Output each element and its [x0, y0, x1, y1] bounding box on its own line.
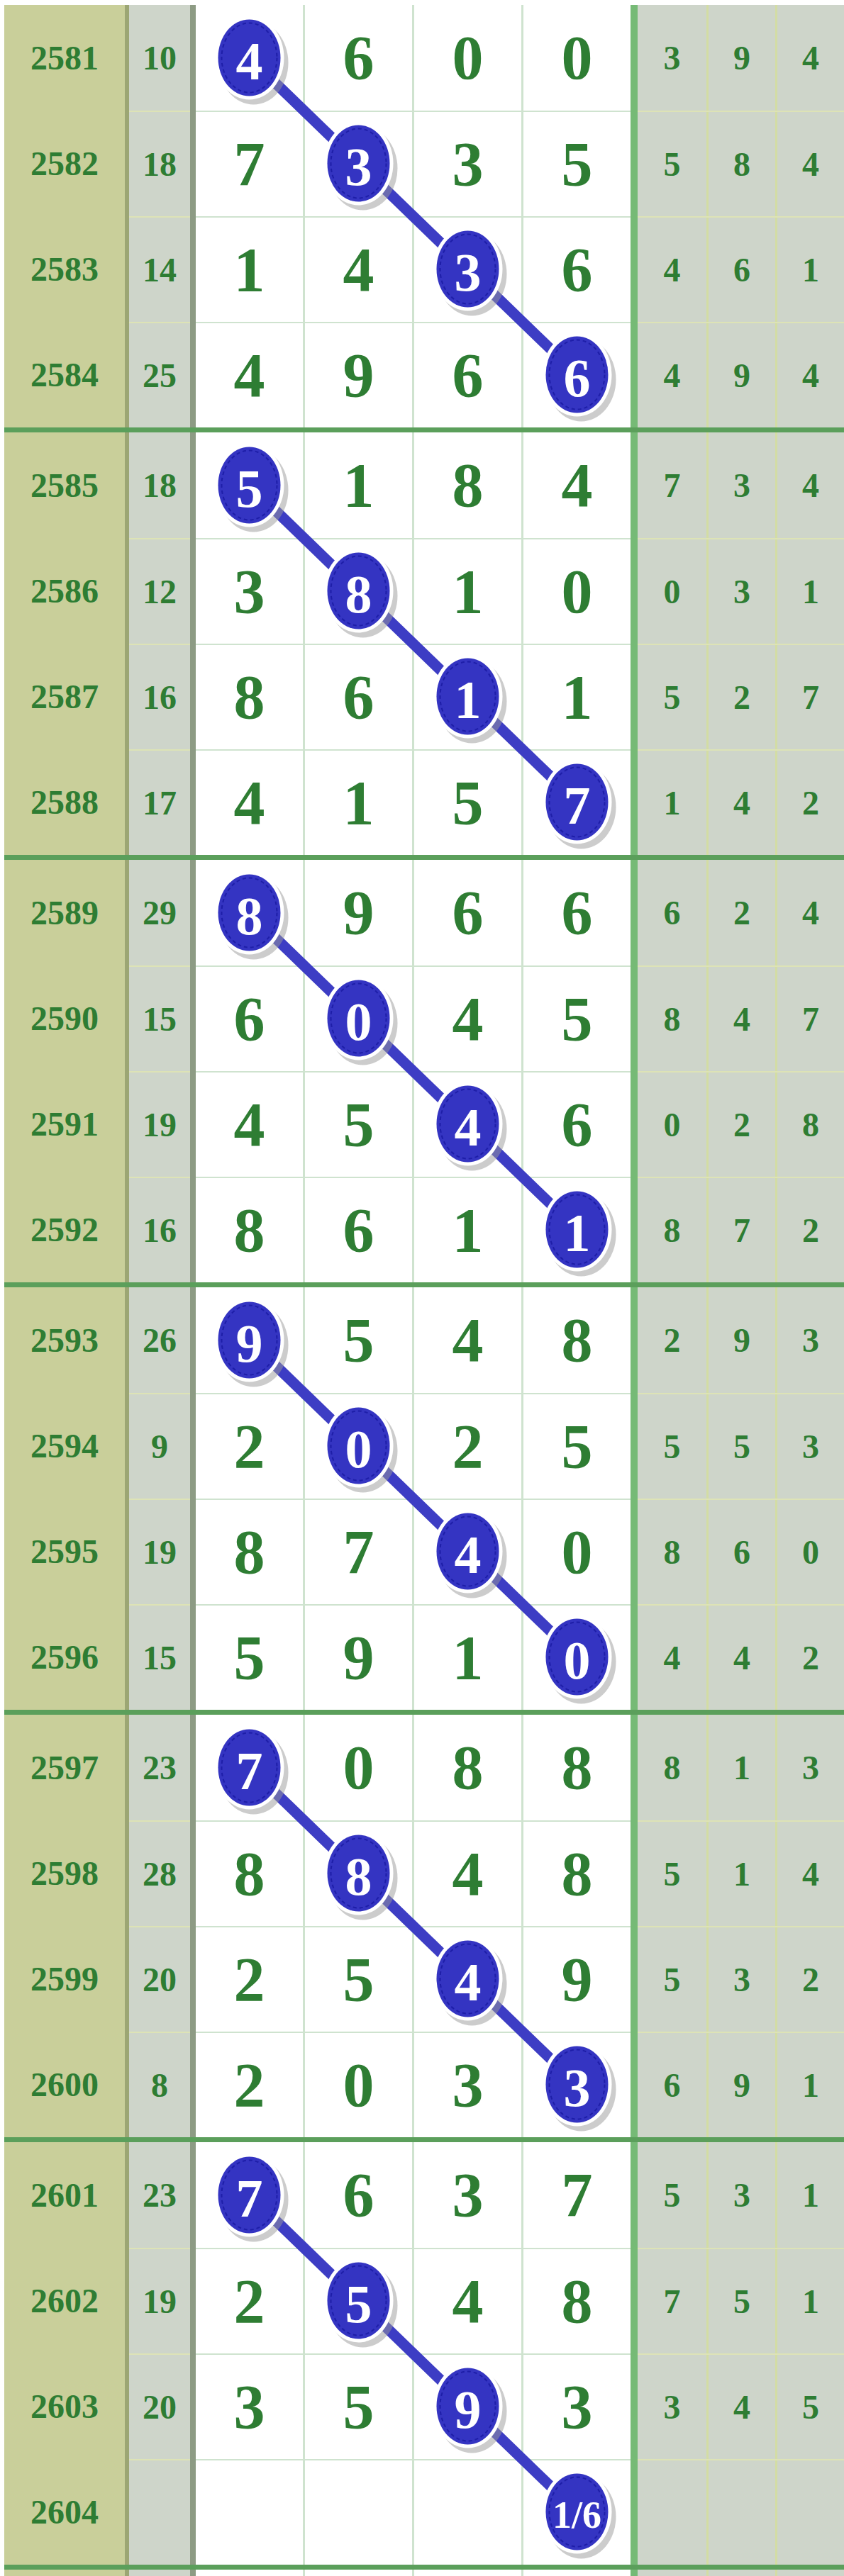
digit-cell: 0 [305, 1715, 412, 1820]
digit-cell [305, 111, 412, 216]
column-divider [631, 216, 638, 322]
tail-cell: 6 [638, 2032, 706, 2137]
tail-cell [777, 2570, 844, 2576]
digit-cell [414, 1926, 521, 2032]
tail-cell: 4 [709, 2353, 775, 2459]
sum-cell: 19 [129, 1499, 190, 1604]
digit-cell: 3 [196, 538, 303, 644]
digit-cell: 4 [196, 1071, 303, 1177]
tail-cell: 5 [709, 1393, 775, 1499]
sum-cell: 28 [129, 1820, 190, 1926]
issue-cell [4, 2570, 125, 2576]
draw-row: 259216861872 [4, 1177, 844, 1282]
column-divider [190, 1499, 196, 1604]
sum-cell: 20 [129, 2353, 190, 2459]
digit-cell: 6 [414, 860, 521, 965]
digit-cell: 6 [196, 965, 303, 1071]
issue-cell: 2592 [4, 1177, 125, 1282]
column-divider [190, 2032, 196, 2137]
draw-row: 258425496494 [4, 322, 844, 427]
column-divider [190, 1287, 196, 1393]
tail-cell: 3 [709, 432, 775, 538]
digit-cell: 1 [305, 432, 412, 538]
column-divider [190, 111, 196, 216]
digit-cell: 6 [523, 860, 631, 965]
digit-cell [305, 1393, 412, 1499]
draw-row: 25949225553 [4, 1393, 844, 1499]
digit-cell: 0 [414, 5, 521, 111]
issue-cell: 2585 [4, 432, 125, 538]
draw-row: 259828848514 [4, 1820, 844, 1926]
digit-cell: 3 [414, 2142, 521, 2248]
tail-cell: 3 [777, 1393, 844, 1499]
column-divider [631, 322, 638, 427]
digit-cell: 8 [523, 1715, 631, 1820]
digit-cell [196, 2142, 303, 2248]
digit-cell: 5 [305, 1926, 412, 2032]
issue-cell: 2598 [4, 1820, 125, 1926]
tail-cell: 4 [777, 322, 844, 427]
column-divider [190, 2353, 196, 2459]
digit-cell: 8 [196, 1177, 303, 1282]
digit-cell: 1 [523, 644, 631, 749]
digit-cell: 5 [414, 749, 521, 855]
issue-cell: 2588 [4, 749, 125, 855]
digit-cell: 2 [196, 1393, 303, 1499]
tail-cell: 8 [777, 1071, 844, 1177]
tail-cell [638, 2459, 706, 2565]
digit-cell: 0 [523, 5, 631, 111]
tail-cell: 7 [638, 432, 706, 538]
tail-cell: 5 [638, 1393, 706, 1499]
digit-cell [523, 1177, 631, 1282]
digit-cell [196, 1715, 303, 1820]
tail-cell: 6 [709, 1499, 775, 1604]
digit-cell [414, 644, 521, 749]
tail-cell: 5 [638, 644, 706, 749]
sum-cell: 12 [129, 538, 190, 644]
draw-row: 260219248751 [4, 2248, 844, 2353]
tail-cell: 4 [777, 5, 844, 111]
digit-cell: 2 [196, 1926, 303, 2032]
digit-cell: 2 [196, 2032, 303, 2137]
sum-cell: 16 [129, 1177, 190, 1282]
column-divider [631, 1715, 638, 1820]
issue-cell: 2602 [4, 2248, 125, 2353]
tail-cell: 2 [777, 1926, 844, 2032]
digit-cell: 4 [196, 322, 303, 427]
tail-cell: 5 [638, 1820, 706, 1926]
digit-cell [196, 1287, 303, 1393]
sum-cell: 19 [129, 1071, 190, 1177]
digit-cell [305, 1820, 412, 1926]
digit-cell: 8 [414, 432, 521, 538]
tail-cell: 3 [709, 2142, 775, 2248]
column-divider [190, 2570, 196, 2576]
issue-cell: 2589 [4, 860, 125, 965]
tail-cell [709, 2570, 775, 2576]
sum-cell: 19 [129, 2248, 190, 2353]
sum-cell [129, 2459, 190, 2565]
digit-cell: 6 [305, 5, 412, 111]
issue-cell: 2582 [4, 111, 125, 216]
tail-cell: 4 [777, 432, 844, 538]
issue-cell: 2600 [4, 2032, 125, 2137]
digit-cell: 1 [196, 216, 303, 322]
group-separator [4, 427, 844, 432]
digit-cell: 5 [305, 1287, 412, 1393]
digit-cell: 2 [196, 2248, 303, 2353]
column-divider [190, 2459, 196, 2565]
column-divider [631, 1820, 638, 1926]
tail-cell: 4 [638, 1604, 706, 1710]
issue-cell: 2593 [4, 1287, 125, 1393]
digit-cell: 9 [305, 860, 412, 965]
column-divider [190, 1393, 196, 1499]
digit-cell: 8 [523, 1820, 631, 1926]
draw-row: 258218735584 [4, 111, 844, 216]
sum-cell: 16 [129, 644, 190, 749]
column-divider [631, 1287, 638, 1393]
digit-cell: 8 [523, 1287, 631, 1393]
tail-cell: 7 [638, 2248, 706, 2353]
draw-row: 260123637531 [4, 2142, 844, 2248]
tail-cell: 3 [709, 1926, 775, 2032]
column-divider [190, 1604, 196, 1710]
group-separator [4, 1710, 844, 1715]
draw-row: 258110600394 [4, 5, 844, 111]
column-divider [631, 1499, 638, 1604]
issue-cell: 2590 [4, 965, 125, 1071]
tail-cell: 4 [709, 1604, 775, 1710]
digit-cell [305, 538, 412, 644]
column-divider [190, 965, 196, 1071]
tail-cell: 4 [709, 965, 775, 1071]
tail-cell: 5 [638, 2142, 706, 2248]
sum-cell: 18 [129, 432, 190, 538]
draw-row: 258929966624 [4, 860, 844, 965]
tail-cell: 2 [709, 860, 775, 965]
column-divider [631, 1071, 638, 1177]
issue-cell: 2601 [4, 2142, 125, 2248]
sum-cell: 14 [129, 216, 190, 322]
tail-cell: 9 [709, 2032, 775, 2137]
draw-row: 258314146461 [4, 216, 844, 322]
digit-cell: 7 [523, 2142, 631, 2248]
digit-cell: 6 [523, 216, 631, 322]
draw-row: 259326548293 [4, 1287, 844, 1393]
group-separator [4, 2565, 844, 2570]
digit-cell [523, 2032, 631, 2137]
digit-cell [305, 965, 412, 1071]
digit-cell: 5 [196, 1604, 303, 1710]
column-divider [631, 860, 638, 965]
sum-cell: 25 [129, 322, 190, 427]
digit-cell: 3 [414, 111, 521, 216]
column-divider [631, 965, 638, 1071]
group-separator [4, 1282, 844, 1287]
tail-cell: 4 [638, 322, 706, 427]
tail-cell: 1 [777, 538, 844, 644]
tail-cell: 1 [777, 2142, 844, 2248]
column-divider [631, 2142, 638, 2248]
tail-cell: 8 [638, 1177, 706, 1282]
draw-row: 259723088813 [4, 1715, 844, 1820]
digit-cell: 0 [523, 538, 631, 644]
tail-cell: 9 [709, 322, 775, 427]
column-divider [190, 1820, 196, 1926]
digit-cell [523, 2459, 631, 2565]
partial-next-row [4, 2570, 844, 2576]
column-divider [631, 749, 638, 855]
tail-cell: 4 [709, 749, 775, 855]
digit-cell [305, 2570, 412, 2576]
digit-cell: 6 [305, 1177, 412, 1282]
column-divider [190, 2248, 196, 2353]
digit-cell [196, 5, 303, 111]
digit-cell [414, 1071, 521, 1177]
digit-cell: 4 [305, 216, 412, 322]
digit-cell: 8 [523, 2248, 631, 2353]
column-divider [631, 2248, 638, 2353]
column-divider [631, 1926, 638, 2032]
tail-cell: 5 [709, 2248, 775, 2353]
digit-cell: 7 [196, 111, 303, 216]
digit-cell: 3 [414, 2032, 521, 2137]
draw-row: 2604 [4, 2459, 844, 2565]
digit-cell [414, 2353, 521, 2459]
tail-cell [777, 2459, 844, 2565]
issue-cell: 2587 [4, 644, 125, 749]
sum-cell: 20 [129, 1926, 190, 2032]
column-divider [190, 1177, 196, 1282]
digit-cell: 7 [305, 1499, 412, 1604]
column-divider [190, 2142, 196, 2248]
digit-cell [414, 2570, 521, 2576]
digit-cell [523, 322, 631, 427]
digit-cell: 4 [414, 1820, 521, 1926]
tail-cell: 8 [709, 111, 775, 216]
draw-row: 259920259532 [4, 1926, 844, 2032]
draw-row: 259015645847 [4, 965, 844, 1071]
tail-cell: 0 [638, 538, 706, 644]
column-divider [631, 644, 638, 749]
tail-cell: 2 [709, 1071, 775, 1177]
group-separator [4, 2137, 844, 2142]
draw-row: 258518184734 [4, 432, 844, 538]
sum-cell: 15 [129, 965, 190, 1071]
draw-row: 259519870860 [4, 1499, 844, 1604]
tail-cell: 3 [638, 2353, 706, 2459]
digit-cell: 4 [414, 1287, 521, 1393]
issue-cell: 2599 [4, 1926, 125, 2032]
digit-cell: 1 [414, 1177, 521, 1282]
tail-cell: 4 [777, 111, 844, 216]
column-divider [631, 538, 638, 644]
digit-cell: 3 [196, 2353, 303, 2459]
draw-row: 260320353345 [4, 2353, 844, 2459]
digit-cell: 4 [523, 432, 631, 538]
digit-cell: 5 [523, 1393, 631, 1499]
group-separator [4, 855, 844, 860]
digit-cell: 5 [523, 965, 631, 1071]
draw-row: 259615591442 [4, 1604, 844, 1710]
tail-cell: 8 [638, 965, 706, 1071]
sum-cell: 26 [129, 1287, 190, 1393]
digit-cell [523, 749, 631, 855]
digit-cell [196, 2570, 303, 2576]
digit-cell [305, 2248, 412, 2353]
column-divider [190, 1926, 196, 2032]
tail-cell: 2 [777, 749, 844, 855]
column-divider [190, 644, 196, 749]
sum-cell: 8 [129, 2032, 190, 2137]
column-divider [631, 5, 638, 111]
tail-cell: 6 [638, 860, 706, 965]
tail-cell [709, 2459, 775, 2565]
digit-cell: 1 [305, 749, 412, 855]
digit-cell: 4 [414, 2248, 521, 2353]
digit-cell: 8 [414, 1715, 521, 1820]
sum-cell: 23 [129, 2142, 190, 2248]
column-divider [631, 1393, 638, 1499]
digit-cell: 0 [523, 1499, 631, 1604]
draw-row: 258716861527 [4, 644, 844, 749]
digit-cell [196, 432, 303, 538]
column-divider [190, 749, 196, 855]
digit-cell: 6 [305, 644, 412, 749]
digit-cell [414, 216, 521, 322]
tail-cell: 4 [777, 1820, 844, 1926]
tail-cell: 0 [777, 1499, 844, 1604]
digit-cell: 2 [414, 1393, 521, 1499]
column-divider [190, 538, 196, 644]
tail-cell: 7 [709, 1177, 775, 1282]
column-divider [190, 432, 196, 538]
digit-cell: 6 [523, 1071, 631, 1177]
tail-cell: 2 [777, 1177, 844, 1282]
column-divider [190, 216, 196, 322]
tail-cell: 5 [638, 111, 706, 216]
tail-cell: 3 [709, 538, 775, 644]
column-divider [631, 1177, 638, 1282]
digit-cell: 4 [414, 965, 521, 1071]
draw-row: 259119456028 [4, 1071, 844, 1177]
digit-cell: 5 [523, 111, 631, 216]
sum-cell: 10 [129, 5, 190, 111]
digit-cell [305, 2459, 412, 2565]
tail-cell: 4 [638, 216, 706, 322]
draw-row: 26008203691 [4, 2032, 844, 2137]
issue-cell: 2591 [4, 1071, 125, 1177]
tail-cell: 8 [638, 1499, 706, 1604]
tail-cell: 8 [638, 1715, 706, 1820]
column-divider [631, 2459, 638, 2565]
column-divider [190, 5, 196, 111]
digit-cell [523, 2570, 631, 2576]
issue-cell: 2603 [4, 2353, 125, 2459]
sum-cell: 17 [129, 749, 190, 855]
tail-cell: 1 [777, 216, 844, 322]
digit-cell: 8 [196, 1820, 303, 1926]
tail-cell: 9 [709, 5, 775, 111]
tail-cell: 2 [638, 1287, 706, 1393]
tail-cell: 1 [777, 2032, 844, 2137]
digit-cell [196, 2459, 303, 2565]
tail-cell: 6 [709, 216, 775, 322]
issue-cell: 2597 [4, 1715, 125, 1820]
column-divider [190, 860, 196, 965]
digit-cell [414, 1499, 521, 1604]
column-divider [631, 111, 638, 216]
issue-cell: 2586 [4, 538, 125, 644]
draw-row: 258612310031 [4, 538, 844, 644]
digit-cell: 9 [305, 1604, 412, 1710]
sum-cell: 23 [129, 1715, 190, 1820]
issue-cell: 2581 [4, 5, 125, 111]
digit-cell: 6 [305, 2142, 412, 2248]
issue-cell: 2583 [4, 216, 125, 322]
draw-row: 258817415142 [4, 749, 844, 855]
digit-cell: 8 [196, 1499, 303, 1604]
column-divider [631, 1604, 638, 1710]
issue-cell: 2595 [4, 1499, 125, 1604]
digit-cell [523, 1604, 631, 1710]
column-divider [190, 322, 196, 427]
sum-cell: 9 [129, 1393, 190, 1499]
tail-cell: 0 [638, 1071, 706, 1177]
column-divider [190, 1071, 196, 1177]
column-divider [631, 2570, 638, 2576]
issue-cell: 2594 [4, 1393, 125, 1499]
sum-cell: 29 [129, 860, 190, 965]
sum-cell [129, 2570, 190, 2576]
tail-cell: 4 [777, 860, 844, 965]
digit-cell: 1 [414, 538, 521, 644]
issue-cell: 2596 [4, 1604, 125, 1710]
tail-cell: 9 [709, 1287, 775, 1393]
column-divider [631, 2032, 638, 2137]
lottery-trend-chart: 2581106003942582187355842583141464612584… [0, 0, 844, 2576]
tail-cell [638, 2570, 706, 2576]
tail-cell: 1 [638, 749, 706, 855]
digit-cell: 8 [196, 644, 303, 749]
tail-cell: 7 [777, 965, 844, 1071]
tail-cell: 5 [777, 2353, 844, 2459]
tail-cell: 1 [709, 1820, 775, 1926]
digit-cell: 5 [305, 1071, 412, 1177]
digit-cell: 9 [523, 1926, 631, 2032]
digit-cell: 0 [305, 2032, 412, 2137]
tail-cell: 1 [709, 1715, 775, 1820]
tail-cell: 3 [777, 1287, 844, 1393]
sum-cell: 15 [129, 1604, 190, 1710]
chart-grid: 2581106003942582187355842583141464612584… [4, 5, 844, 2576]
digit-cell: 3 [523, 2353, 631, 2459]
digit-cell: 6 [414, 322, 521, 427]
tail-cell: 2 [777, 1604, 844, 1710]
issue-cell: 2604 [4, 2459, 125, 2565]
tail-cell: 5 [638, 1926, 706, 2032]
tail-cell: 1 [777, 2248, 844, 2353]
tail-cell: 2 [709, 644, 775, 749]
column-divider [190, 1715, 196, 1820]
digit-cell: 4 [196, 749, 303, 855]
tail-cell: 3 [777, 1715, 844, 1820]
issue-cell: 2584 [4, 322, 125, 427]
digit-cell: 5 [305, 2353, 412, 2459]
tail-cell: 3 [638, 5, 706, 111]
